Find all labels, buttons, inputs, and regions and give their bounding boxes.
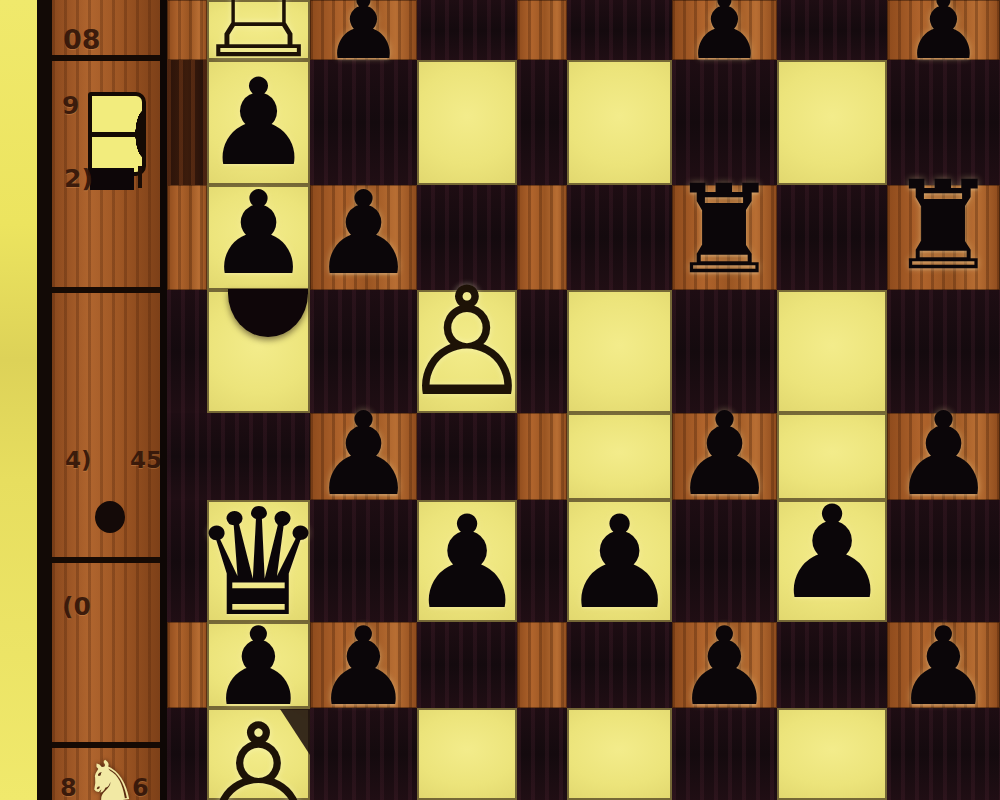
black-pawn[interactable]: ♟: [895, 613, 992, 721]
clock-display[interactable]: [88, 92, 146, 176]
left-yellow-strip: [0, 0, 37, 800]
clock-flag-slot: [90, 168, 134, 190]
panel-label-six: 6: [132, 776, 149, 800]
square-r1-c3[interactable]: [417, 60, 517, 185]
square-r4-c5[interactable]: [567, 413, 672, 500]
panel-label-two: 2): [64, 166, 93, 191]
panel-divider: [52, 287, 160, 293]
white-pawn[interactable]: ♙: [194, 704, 324, 800]
clock-score-panel: 08 9 2) 4) 45 (0 8 ♞ 6: [52, 0, 160, 800]
square-r7-c3[interactable]: [417, 708, 517, 800]
black-pawn[interactable]: ♟: [207, 175, 310, 290]
panel-divider: [52, 55, 160, 61]
chess-scene: 08 9 2) 4) 45 (0 8 ♞ 6 ♖♟♟♟♟♟♟♜♜♙♟♟♟♛♟♟♟…: [0, 0, 1000, 800]
board-left-border: [160, 0, 167, 800]
black-pawn[interactable]: ♟: [775, 489, 890, 617]
black-pawn[interactable]: ♟: [410, 499, 525, 627]
black-pawn[interactable]: ♟: [315, 613, 412, 721]
black-pawn[interactable]: ♟: [676, 613, 773, 721]
panel-label-four: 4): [65, 449, 92, 472]
black-rook[interactable]: ♜: [889, 165, 998, 287]
clock-tick-mark: [138, 166, 142, 188]
square-r2-c5[interactable]: [567, 185, 672, 290]
square-r7-c5[interactable]: [567, 708, 672, 800]
clock-display-curve: [131, 96, 143, 172]
black-pawn[interactable]: ♟: [562, 499, 677, 627]
square-r1-c7[interactable]: [777, 60, 887, 185]
panel-divider: [52, 742, 160, 748]
square-r6-c4[interactable]: [517, 622, 567, 708]
black-pawn[interactable]: ♟: [673, 396, 776, 511]
square-r0-c7[interactable]: [777, 0, 887, 60]
square-r3-c5[interactable]: [567, 290, 672, 413]
square-r2-c0[interactable]: [167, 185, 207, 290]
square-r7-c4[interactable]: [517, 708, 567, 800]
square-r6-c7[interactable]: [777, 622, 887, 708]
panel-label-top: 08: [63, 26, 101, 53]
square-r5-c4[interactable]: [517, 500, 567, 622]
square-r3-c0[interactable]: [167, 290, 207, 413]
black-pawn[interactable]: ♟: [892, 396, 995, 511]
square-r0-c4[interactable]: [517, 0, 567, 60]
panel-label-zero: (0: [62, 594, 91, 619]
black-pawn[interactable]: ♟: [312, 396, 415, 511]
panel-divider: [52, 557, 160, 563]
square-r3-c7[interactable]: [777, 290, 887, 413]
black-rook[interactable]: ♜: [670, 169, 779, 291]
square-r1-c4[interactable]: [517, 60, 567, 185]
panel-label-eight: 8: [60, 776, 77, 800]
square-r1-c5[interactable]: [567, 60, 672, 185]
black-pawn[interactable]: ♟: [324, 0, 403, 72]
panel-label-fortyfive: 45: [130, 449, 162, 472]
square-r0-c5[interactable]: [567, 0, 672, 60]
square-r0-c3[interactable]: [417, 0, 517, 60]
black-pawn[interactable]: ♟: [685, 0, 764, 72]
panel-button-dot[interactable]: [95, 501, 125, 533]
panel-label-nine: 9: [62, 93, 79, 118]
left-black-border: [37, 0, 52, 800]
black-pawn[interactable]: ♟: [904, 0, 983, 72]
white-pawn[interactable]: ♙: [400, 267, 534, 417]
square-r7-c7[interactable]: [777, 708, 887, 800]
square-r2-c7[interactable]: [777, 185, 887, 290]
